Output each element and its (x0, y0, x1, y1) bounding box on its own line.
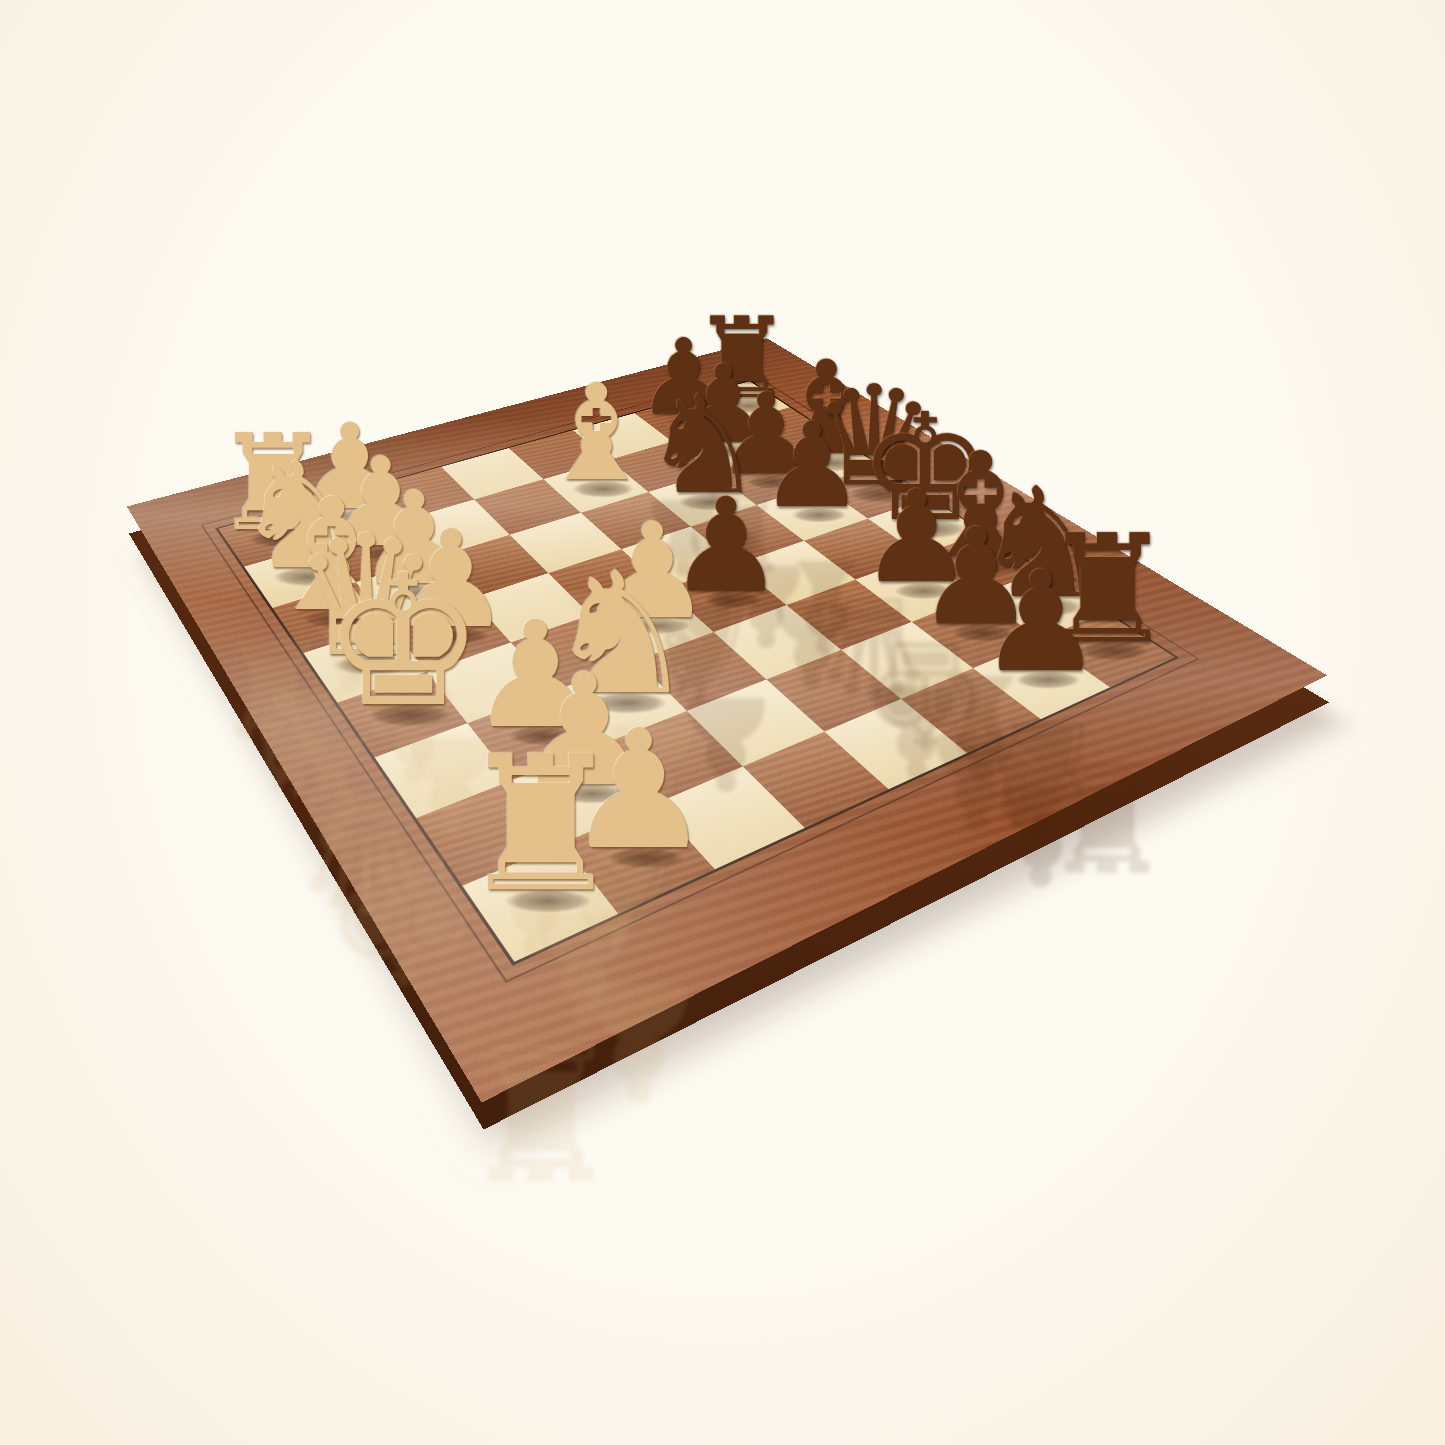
black-pawn-h7[interactable]: ♟ (979, 553, 1104, 692)
piece-reflection: ♛ (291, 767, 441, 934)
piece-reflection: ♟ (860, 667, 974, 794)
white-rook-h1[interactable]: ♜ (457, 732, 625, 919)
piece-reflection: ♞ (973, 699, 1109, 851)
white-bishop-b5[interactable]: ♝ (537, 367, 656, 500)
white-king-e1[interactable]: ♚ (322, 551, 484, 732)
chessboard-scene: ♜♜♞♞♝♝♛♛♚♚♜♜♟♟♟♟♟♟♟♟♟♟♟♟♟♟♞♞♟♟♝♝♜♜♝♝♛♛♚♚… (0, 0, 1445, 1445)
piece-reflection: ♟ (916, 713, 1035, 846)
pieces-layer: ♜♜♞♞♝♝♛♛♚♚♜♜♟♟♟♟♟♟♟♟♟♟♟♟♟♟♞♞♟♟♝♝♜♜♝♝♛♛♚♚… (0, 0, 1445, 1445)
piece-reflection: ♜ (457, 1016, 625, 1203)
piece-reflection: ♟ (565, 958, 712, 1122)
piece-reflection: ♟ (979, 764, 1104, 903)
piece-reflection: ♜ (1041, 741, 1175, 890)
